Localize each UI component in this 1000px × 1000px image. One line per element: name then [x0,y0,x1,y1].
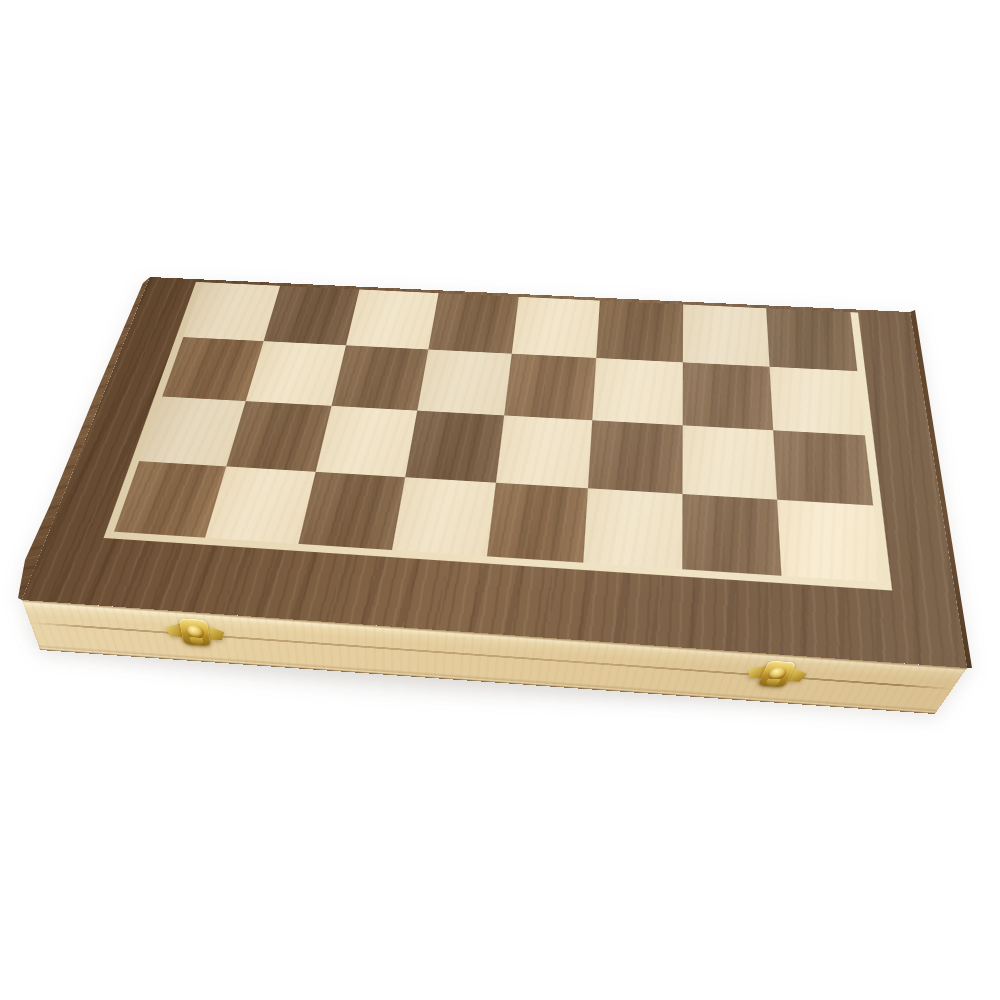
board-square-dark [504,354,596,421]
box-top-face [22,277,967,668]
board-square-light [584,488,682,569]
board-square-light [345,289,438,349]
board-square-dark [264,286,359,345]
board-square-light [392,477,496,556]
board-square-dark [331,345,428,410]
board-square-light [315,406,417,477]
board-square-dark [487,483,588,563]
board-square-light [512,297,600,358]
chessboard-grid [114,282,882,582]
board-square-dark [773,430,873,505]
brass-latch-left [163,616,226,649]
board-square-dark [682,494,782,576]
board-square-dark [298,472,405,550]
board-square-dark [588,420,682,494]
board-square-light [496,415,593,488]
board-square-light [769,367,865,436]
board-square-dark [227,401,331,472]
brass-latch-right [742,659,813,690]
board-square-light [417,349,512,415]
board-square-dark [405,411,504,483]
product-photo [0,0,1000,1000]
board-square-light [593,358,683,425]
board-square-light [246,341,345,406]
board-square-light [777,500,882,583]
board-square-dark [428,293,519,354]
board-square-dark [596,301,682,363]
board-square-light [682,304,769,366]
board-square-dark [766,308,857,371]
chess-box [0,0,1000,1000]
board-square-dark [682,362,773,430]
board-square-light [682,425,777,499]
